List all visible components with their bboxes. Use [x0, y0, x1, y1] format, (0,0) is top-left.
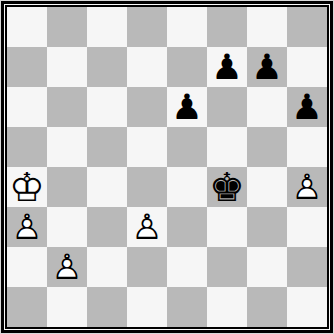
square-h6[interactable]: ♟ — [287, 87, 327, 127]
square-d8[interactable] — [127, 7, 167, 47]
square-b2[interactable]: ♟♙ — [47, 247, 87, 287]
square-e4[interactable] — [167, 167, 207, 207]
square-b5[interactable] — [47, 127, 87, 167]
white-pawn-icon: ♙ — [127, 207, 167, 247]
square-h2[interactable] — [287, 247, 327, 287]
square-c8[interactable] — [87, 7, 127, 47]
square-e1[interactable] — [167, 287, 207, 327]
square-h3[interactable] — [287, 207, 327, 247]
square-f5[interactable] — [207, 127, 247, 167]
black-king-icon: ♚ — [207, 167, 247, 207]
white-pawn-h4[interactable]: ♟♙ — [287, 167, 327, 207]
square-f3[interactable] — [207, 207, 247, 247]
black-pawn-icon: ♟ — [207, 47, 247, 87]
white-pawn-icon: ♙ — [287, 167, 327, 207]
square-h8[interactable] — [287, 7, 327, 47]
white-pawn-d3[interactable]: ♟♙ — [127, 207, 167, 247]
square-c5[interactable] — [87, 127, 127, 167]
black-pawn-icon: ♟ — [167, 87, 207, 127]
square-d6[interactable] — [127, 87, 167, 127]
square-h4[interactable]: ♟♙ — [287, 167, 327, 207]
square-c1[interactable] — [87, 287, 127, 327]
square-h5[interactable] — [287, 127, 327, 167]
square-b8[interactable] — [47, 7, 87, 47]
square-a1[interactable] — [7, 287, 47, 327]
white-king-icon: ♔ — [7, 167, 47, 207]
white-pawn-icon: ♙ — [7, 207, 47, 247]
white-pawn-a3[interactable]: ♟♙ — [7, 207, 47, 247]
square-e2[interactable] — [167, 247, 207, 287]
square-f2[interactable] — [207, 247, 247, 287]
square-g8[interactable] — [247, 7, 287, 47]
square-g2[interactable] — [247, 247, 287, 287]
square-g3[interactable] — [247, 207, 287, 247]
square-f4[interactable]: ♚ — [207, 167, 247, 207]
square-d4[interactable] — [127, 167, 167, 207]
white-king-a4[interactable]: ♚♔ — [7, 167, 47, 207]
square-a4[interactable]: ♚♔ — [7, 167, 47, 207]
square-a7[interactable] — [7, 47, 47, 87]
board-frame-black-inner: ♟♟♟♟♚♔♚♟♙♟♙♟♙♟♙ — [5, 5, 329, 329]
square-c7[interactable] — [87, 47, 127, 87]
square-c3[interactable] — [87, 207, 127, 247]
board-frame-outer-gray: ♟♟♟♟♚♔♚♟♙♟♙♟♙♟♙ — [0, 0, 334, 334]
white-pawn-b2[interactable]: ♟♙ — [47, 247, 87, 287]
square-c6[interactable] — [87, 87, 127, 127]
square-b1[interactable] — [47, 287, 87, 327]
square-e6[interactable]: ♟ — [167, 87, 207, 127]
square-d3[interactable]: ♟♙ — [127, 207, 167, 247]
square-d2[interactable] — [127, 247, 167, 287]
square-d7[interactable] — [127, 47, 167, 87]
square-d1[interactable] — [127, 287, 167, 327]
black-king-f4[interactable]: ♚ — [207, 167, 247, 207]
black-pawn-e6[interactable]: ♟ — [167, 87, 207, 127]
square-e7[interactable] — [167, 47, 207, 87]
square-g4[interactable] — [247, 167, 287, 207]
square-g1[interactable] — [247, 287, 287, 327]
black-pawn-f7[interactable]: ♟ — [207, 47, 247, 87]
square-g7[interactable]: ♟ — [247, 47, 287, 87]
square-e8[interactable] — [167, 7, 207, 47]
square-f7[interactable]: ♟ — [207, 47, 247, 87]
board-frame-black-outer: ♟♟♟♟♚♔♚♟♙♟♙♟♙♟♙ — [1, 1, 333, 333]
square-d5[interactable] — [127, 127, 167, 167]
black-pawn-g7[interactable]: ♟ — [247, 47, 287, 87]
square-a2[interactable] — [7, 247, 47, 287]
black-pawn-h6[interactable]: ♟ — [287, 87, 327, 127]
black-pawn-icon: ♟ — [247, 47, 287, 87]
square-h7[interactable] — [287, 47, 327, 87]
white-pawn-icon: ♙ — [47, 247, 87, 287]
square-a8[interactable] — [7, 7, 47, 47]
black-pawn-icon: ♟ — [287, 87, 327, 127]
square-e3[interactable] — [167, 207, 207, 247]
square-b3[interactable] — [47, 207, 87, 247]
square-g5[interactable] — [247, 127, 287, 167]
square-e5[interactable] — [167, 127, 207, 167]
square-f6[interactable] — [207, 87, 247, 127]
square-b6[interactable] — [47, 87, 87, 127]
chess-board: ♟♟♟♟♚♔♚♟♙♟♙♟♙♟♙ — [7, 7, 327, 327]
square-f8[interactable] — [207, 7, 247, 47]
square-a5[interactable] — [7, 127, 47, 167]
square-f1[interactable] — [207, 287, 247, 327]
square-a6[interactable] — [7, 87, 47, 127]
square-b4[interactable] — [47, 167, 87, 207]
board-frame-white-line: ♟♟♟♟♚♔♚♟♙♟♙♟♙♟♙ — [4, 4, 330, 330]
square-h1[interactable] — [287, 287, 327, 327]
square-g6[interactable] — [247, 87, 287, 127]
square-c4[interactable] — [87, 167, 127, 207]
square-b7[interactable] — [47, 47, 87, 87]
square-a3[interactable]: ♟♙ — [7, 207, 47, 247]
square-c2[interactable] — [87, 247, 127, 287]
